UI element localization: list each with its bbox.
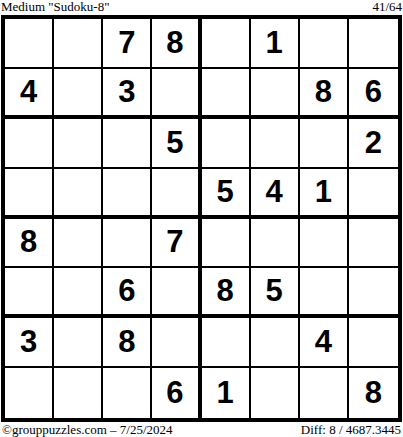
cell-r3c3-empty[interactable] xyxy=(103,119,152,169)
cell-r8c6-empty[interactable] xyxy=(251,368,300,418)
cell-r1c5-empty[interactable] xyxy=(202,19,251,69)
cell-r8c4-given[interactable]: 6 xyxy=(152,368,201,418)
cell-r6c6-given[interactable]: 5 xyxy=(251,268,300,318)
blank-counter: 41/64 xyxy=(372,0,402,14)
puzzle-page: Medium "Sudoku-8" 41/64 7814386525418768… xyxy=(0,0,403,437)
cell-r4c7-given[interactable]: 1 xyxy=(300,169,349,219)
cell-r6c7-empty[interactable] xyxy=(300,268,349,318)
cell-r1c7-empty[interactable] xyxy=(300,19,349,69)
cell-r5c5-empty[interactable] xyxy=(202,219,251,269)
cell-r8c1-empty[interactable] xyxy=(5,368,54,418)
cell-r5c6-empty[interactable] xyxy=(251,219,300,269)
cell-r6c2-empty[interactable] xyxy=(54,268,103,318)
cell-r4c8-empty[interactable] xyxy=(349,169,398,219)
cell-r6c1-empty[interactable] xyxy=(5,268,54,318)
cell-r2c2-empty[interactable] xyxy=(54,69,103,119)
cell-r2c6-empty[interactable] xyxy=(251,69,300,119)
cell-r6c5-given[interactable]: 8 xyxy=(202,268,251,318)
cell-r8c3-empty[interactable] xyxy=(103,368,152,418)
cell-r5c1-given[interactable]: 8 xyxy=(5,219,54,269)
cell-r7c1-given[interactable]: 3 xyxy=(5,318,54,368)
cell-r1c1-empty[interactable] xyxy=(5,19,54,69)
cell-r3c1-empty[interactable] xyxy=(5,119,54,169)
cell-r7c3-given[interactable]: 8 xyxy=(103,318,152,368)
cell-r4c6-given[interactable]: 4 xyxy=(251,169,300,219)
difficulty-text: Diff: 8 / 4687.3445 xyxy=(301,423,401,437)
cell-r2c5-empty[interactable] xyxy=(202,69,251,119)
copyright-text: ©grouppuzzles.com – 7/25/2024 xyxy=(2,423,173,437)
cell-r1c2-empty[interactable] xyxy=(54,19,103,69)
cell-r4c2-empty[interactable] xyxy=(54,169,103,219)
cell-r4c3-empty[interactable] xyxy=(103,169,152,219)
sudoku-board: 78143865254187685384618 xyxy=(1,15,402,422)
cell-r8c7-empty[interactable] xyxy=(300,368,349,418)
cell-r4c5-given[interactable]: 5 xyxy=(202,169,251,219)
cell-r7c5-empty[interactable] xyxy=(202,318,251,368)
cell-r8c8-given[interactable]: 8 xyxy=(349,368,398,418)
cell-r2c4-empty[interactable] xyxy=(152,69,201,119)
cell-r2c8-given[interactable]: 6 xyxy=(349,69,398,119)
cell-r7c7-given[interactable]: 4 xyxy=(300,318,349,368)
cell-r3c6-empty[interactable] xyxy=(251,119,300,169)
cell-r5c7-empty[interactable] xyxy=(300,219,349,269)
cell-r3c7-empty[interactable] xyxy=(300,119,349,169)
cell-r7c4-empty[interactable] xyxy=(152,318,201,368)
cell-r4c1-empty[interactable] xyxy=(5,169,54,219)
cell-r7c8-empty[interactable] xyxy=(349,318,398,368)
cell-r5c8-empty[interactable] xyxy=(349,219,398,269)
cell-r1c6-given[interactable]: 1 xyxy=(251,19,300,69)
cell-r3c8-given[interactable]: 2 xyxy=(349,119,398,169)
cell-r5c2-empty[interactable] xyxy=(54,219,103,269)
cell-r6c8-empty[interactable] xyxy=(349,268,398,318)
cell-r2c3-given[interactable]: 3 xyxy=(103,69,152,119)
cell-r8c5-given[interactable]: 1 xyxy=(202,368,251,418)
cell-r5c3-empty[interactable] xyxy=(103,219,152,269)
cell-r1c8-empty[interactable] xyxy=(349,19,398,69)
cell-r7c6-empty[interactable] xyxy=(251,318,300,368)
cell-r8c2-empty[interactable] xyxy=(54,368,103,418)
cell-r1c3-given[interactable]: 7 xyxy=(103,19,152,69)
page-title: Medium "Sudoku-8" xyxy=(1,0,109,14)
cell-r5c4-given[interactable]: 7 xyxy=(152,219,201,269)
cell-r6c3-given[interactable]: 6 xyxy=(103,268,152,318)
cell-r3c4-given[interactable]: 5 xyxy=(152,119,201,169)
cell-r6c4-empty[interactable] xyxy=(152,268,201,318)
cell-r3c2-empty[interactable] xyxy=(54,119,103,169)
cell-r1c4-given[interactable]: 8 xyxy=(152,19,201,69)
cell-r7c2-empty[interactable] xyxy=(54,318,103,368)
cell-r3c5-empty[interactable] xyxy=(202,119,251,169)
header: Medium "Sudoku-8" 41/64 xyxy=(0,0,403,14)
cell-r2c7-given[interactable]: 8 xyxy=(300,69,349,119)
cell-r4c4-empty[interactable] xyxy=(152,169,201,219)
footer: ©grouppuzzles.com – 7/25/2024 Diff: 8 / … xyxy=(0,423,403,437)
cell-r2c1-given[interactable]: 4 xyxy=(5,69,54,119)
